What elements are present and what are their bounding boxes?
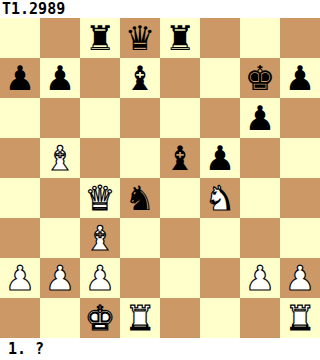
square-e5[interactable]: ♝ — [160, 138, 200, 178]
square-e8[interactable]: ♜ — [160, 18, 200, 58]
square-h7[interactable]: ♟ — [280, 58, 320, 98]
square-f3[interactable] — [200, 218, 240, 258]
piece-black-knight: ♞ — [125, 178, 155, 218]
square-d3[interactable] — [120, 218, 160, 258]
title-bar: T1.2989 — [0, 0, 320, 18]
square-c3[interactable]: ♝ — [80, 218, 120, 258]
square-g6[interactable]: ♟ — [240, 98, 280, 138]
square-h1[interactable]: ♜ — [280, 298, 320, 338]
square-d5[interactable] — [120, 138, 160, 178]
square-c6[interactable] — [80, 98, 120, 138]
square-c4[interactable]: ♛ — [80, 178, 120, 218]
piece-white-pawn: ♟ — [85, 258, 115, 298]
square-c1[interactable]: ♚ — [80, 298, 120, 338]
move-prompt: 1. ? — [8, 339, 44, 359]
square-d6[interactable] — [120, 98, 160, 138]
footer-bar: 1. ? — [0, 338, 320, 360]
square-a6[interactable] — [0, 98, 40, 138]
piece-black-rook: ♜ — [85, 18, 115, 58]
piece-black-bishop: ♝ — [165, 138, 195, 178]
piece-black-pawn: ♟ — [45, 58, 75, 98]
square-g3[interactable] — [240, 218, 280, 258]
piece-black-pawn: ♟ — [205, 138, 235, 178]
square-b7[interactable]: ♟ — [40, 58, 80, 98]
square-f8[interactable] — [200, 18, 240, 58]
square-e6[interactable] — [160, 98, 200, 138]
piece-black-queen: ♛ — [125, 18, 155, 58]
square-a1[interactable] — [0, 298, 40, 338]
square-f5[interactable]: ♟ — [200, 138, 240, 178]
piece-white-pawn: ♟ — [245, 258, 275, 298]
square-f6[interactable] — [200, 98, 240, 138]
square-b1[interactable] — [40, 298, 80, 338]
piece-black-pawn: ♟ — [5, 58, 35, 98]
square-e2[interactable] — [160, 258, 200, 298]
piece-white-pawn: ♟ — [45, 258, 75, 298]
square-b6[interactable] — [40, 98, 80, 138]
square-h8[interactable] — [280, 18, 320, 58]
piece-black-bishop: ♝ — [125, 58, 155, 98]
square-e7[interactable] — [160, 58, 200, 98]
chess-board: ♜♛♜♟♟♝♚♟♟♝♝♟♛♞♞♝♟♟♟♟♟♚♜♜ — [0, 18, 320, 338]
square-d1[interactable]: ♜ — [120, 298, 160, 338]
square-g1[interactable] — [240, 298, 280, 338]
piece-black-pawn: ♟ — [245, 98, 275, 138]
square-a8[interactable] — [0, 18, 40, 58]
piece-white-queen: ♛ — [85, 178, 115, 218]
square-b4[interactable] — [40, 178, 80, 218]
square-h4[interactable] — [280, 178, 320, 218]
square-d7[interactable]: ♝ — [120, 58, 160, 98]
square-g7[interactable]: ♚ — [240, 58, 280, 98]
square-d2[interactable] — [120, 258, 160, 298]
square-f7[interactable] — [200, 58, 240, 98]
square-c5[interactable] — [80, 138, 120, 178]
square-b2[interactable]: ♟ — [40, 258, 80, 298]
square-h5[interactable] — [280, 138, 320, 178]
square-e1[interactable] — [160, 298, 200, 338]
piece-white-bishop: ♝ — [45, 138, 75, 178]
square-b3[interactable] — [40, 218, 80, 258]
piece-black-rook: ♜ — [165, 18, 195, 58]
square-b8[interactable] — [40, 18, 80, 58]
square-h3[interactable] — [280, 218, 320, 258]
piece-white-bishop: ♝ — [85, 218, 115, 258]
piece-white-knight: ♞ — [205, 178, 235, 218]
square-e3[interactable] — [160, 218, 200, 258]
piece-white-king: ♚ — [85, 298, 115, 338]
square-c7[interactable] — [80, 58, 120, 98]
square-a7[interactable]: ♟ — [0, 58, 40, 98]
square-c2[interactable]: ♟ — [80, 258, 120, 298]
puzzle-id: T1.2989 — [2, 0, 65, 18]
square-h6[interactable] — [280, 98, 320, 138]
piece-white-pawn: ♟ — [5, 258, 35, 298]
piece-white-rook: ♜ — [125, 298, 155, 338]
square-f4[interactable]: ♞ — [200, 178, 240, 218]
piece-white-pawn: ♟ — [285, 258, 315, 298]
square-a5[interactable] — [0, 138, 40, 178]
square-g8[interactable] — [240, 18, 280, 58]
piece-white-rook: ♜ — [285, 298, 315, 338]
square-f1[interactable] — [200, 298, 240, 338]
square-c8[interactable]: ♜ — [80, 18, 120, 58]
square-d4[interactable]: ♞ — [120, 178, 160, 218]
square-a2[interactable]: ♟ — [0, 258, 40, 298]
square-h2[interactable]: ♟ — [280, 258, 320, 298]
square-f2[interactable] — [200, 258, 240, 298]
square-a3[interactable] — [0, 218, 40, 258]
square-e4[interactable] — [160, 178, 200, 218]
piece-black-pawn: ♟ — [285, 58, 315, 98]
square-b5[interactable]: ♝ — [40, 138, 80, 178]
square-g5[interactable] — [240, 138, 280, 178]
chess-puzzle-app: T1.2989 ♜♛♜♟♟♝♚♟♟♝♝♟♛♞♞♝♟♟♟♟♟♚♜♜ 1. ? — [0, 0, 320, 360]
square-d8[interactable]: ♛ — [120, 18, 160, 58]
square-g4[interactable] — [240, 178, 280, 218]
square-a4[interactable] — [0, 178, 40, 218]
square-g2[interactable]: ♟ — [240, 258, 280, 298]
piece-black-king: ♚ — [245, 58, 275, 98]
